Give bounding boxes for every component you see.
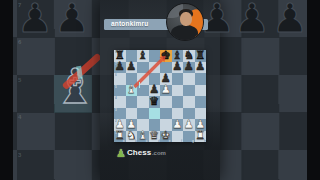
background-rank-label: 5 [18, 77, 21, 83]
background-black-pawn-icon: ♟ [53, 0, 91, 38]
chesscom-pawn-icon: ♟ [116, 148, 126, 160]
square-f2[interactable]: ♟ [172, 119, 184, 131]
square-h5[interactable] [195, 85, 207, 97]
black-queen: ♛ [149, 96, 159, 108]
square-h1[interactable]: h♜ [195, 131, 207, 143]
square-a7[interactable]: 7♟ [114, 62, 126, 74]
square-b7[interactable]: ♟ [126, 62, 138, 74]
chess-board: 8♜♝♚♝♞♜7♟♟♟♟♟6♟5♝♟♟4♛32♟♟♟♟♟1a♜b♞c♝d♛e♚f… [114, 50, 206, 142]
board-coordinate: 4 [115, 96, 117, 100]
square-a5[interactable]: 5 [114, 85, 126, 97]
square-d3[interactable] [149, 108, 161, 120]
square-b4[interactable] [126, 96, 138, 108]
square-e8[interactable]: ♚ [160, 50, 172, 62]
background-rank-label: 3 [18, 152, 21, 158]
chess-board-wrap: 8♜♝♚♝♞♜7♟♟♟♟♟6♟5♝♟♟4♛32♟♟♟♟♟1a♜b♞c♝d♛e♚f… [114, 50, 206, 142]
square-c7[interactable] [137, 62, 149, 74]
square-b1[interactable]: b♞ [126, 131, 138, 143]
black-pawn: ♟ [172, 61, 182, 73]
bishop-square-marker [139, 82, 141, 88]
board-coordinate: 5 [115, 85, 117, 89]
background-white-bishop-icon: ♝ [52, 62, 98, 110]
square-f6[interactable] [172, 73, 184, 85]
background-rank-label: 6 [18, 39, 21, 45]
white-rook: ♜ [195, 130, 205, 142]
background-rank-label: 4 [18, 114, 21, 120]
black-pawn: ♟ [126, 61, 136, 73]
black-pawn: ♟ [115, 61, 125, 73]
square-e5[interactable]: ♟ [160, 85, 172, 97]
background-rank-label: 7 [18, 2, 21, 8]
username-label: antonkimru [111, 20, 148, 27]
board-coordinate: 6 [115, 73, 117, 77]
background-black-pawn-icon: ♟ [233, 0, 271, 38]
black-bishop: ♝ [138, 50, 148, 62]
white-bishop: ♝ [126, 84, 136, 96]
square-d8[interactable] [149, 50, 161, 62]
white-knight: ♞ [126, 130, 136, 142]
square-h7[interactable]: ♟ [195, 62, 207, 74]
right-black-bar [307, 0, 320, 180]
left-black-bar [0, 0, 13, 180]
white-king: ♚ [161, 130, 171, 142]
square-e4[interactable] [160, 96, 172, 108]
black-pawn: ♟ [195, 61, 205, 73]
square-f7[interactable]: ♟ [172, 62, 184, 74]
square-g1[interactable]: g [183, 131, 195, 143]
square-d7[interactable] [149, 62, 161, 74]
square-g5[interactable] [183, 85, 195, 97]
square-b5[interactable]: ♝ [126, 85, 138, 97]
white-pawn: ♟ [161, 84, 171, 96]
avatar-body [171, 25, 198, 41]
square-f5[interactable] [172, 85, 184, 97]
chesscom-logo-text: Chess [127, 148, 152, 157]
square-d1[interactable]: d♛ [149, 131, 161, 143]
chesscom-logo-suffix: .com [152, 150, 166, 156]
square-h6[interactable] [195, 73, 207, 85]
square-g4[interactable] [183, 96, 195, 108]
square-e3[interactable] [160, 108, 172, 120]
white-pawn: ♟ [184, 119, 194, 131]
square-g6[interactable] [183, 73, 195, 85]
square-c8[interactable]: ♝ [137, 50, 149, 62]
board-coordinate: 3 [115, 108, 117, 112]
square-f1[interactable]: f [172, 131, 184, 143]
square-g7[interactable]: ♟ [183, 62, 195, 74]
square-e1[interactable]: e♚ [160, 131, 172, 143]
background-black-pawn-icon: ♟ [271, 0, 309, 38]
black-pawn: ♟ [184, 61, 194, 73]
square-c3[interactable] [137, 108, 149, 120]
square-f4[interactable] [172, 96, 184, 108]
square-a4[interactable]: 4 [114, 96, 126, 108]
square-c4[interactable] [137, 96, 149, 108]
white-rook: ♜ [115, 130, 125, 142]
black-king: ♚ [161, 50, 171, 62]
chesscom-logo[interactable]: ♟ Chess .com [116, 148, 166, 160]
square-g2[interactable]: ♟ [183, 119, 195, 131]
white-queen: ♛ [149, 130, 159, 142]
white-pawn: ♟ [172, 119, 182, 131]
background-black-pawn-icon: ♟ [16, 0, 54, 38]
avatar-face [180, 12, 192, 26]
square-d4[interactable]: ♛ [149, 96, 161, 108]
white-bishop: ♝ [138, 130, 148, 142]
square-a6[interactable]: 6 [114, 73, 126, 85]
square-a1[interactable]: 1a♜ [114, 131, 126, 143]
square-c1[interactable]: c♝ [137, 131, 149, 143]
streamer-avatar[interactable] [166, 3, 204, 41]
square-h4[interactable] [195, 96, 207, 108]
